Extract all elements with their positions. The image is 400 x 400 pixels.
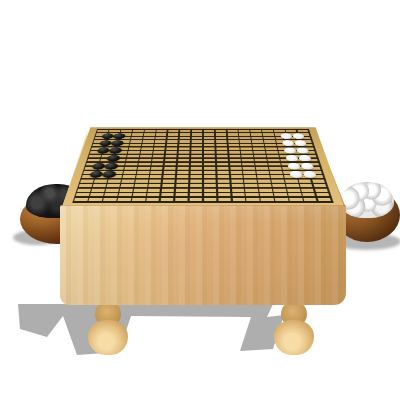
- white-stone-Q3[interactable]: [280, 133, 293, 139]
- white-stone-Q5[interactable]: [282, 140, 295, 146]
- hoshi-point: [279, 161, 283, 163]
- black-stone-C7[interactable]: [109, 147, 123, 153]
- white-stone-R7[interactable]: [296, 147, 310, 153]
- black-stone-B5[interactable]: [98, 140, 111, 146]
- hoshi-point: [118, 187, 122, 189]
- white-stone-Q9[interactable]: [285, 155, 299, 161]
- white-stone-Q7[interactable]: [284, 147, 298, 153]
- black-stone-C11[interactable]: [104, 163, 118, 170]
- hoshi-point: [274, 139, 277, 140]
- white-stone-R3[interactable]: [292, 133, 305, 139]
- black-stone-C9[interactable]: [107, 155, 121, 161]
- black-stone-B13[interactable]: [88, 171, 103, 178]
- go-board[interactable]: [62, 127, 343, 205]
- hoshi-point: [284, 187, 288, 189]
- hoshi-point: [201, 139, 204, 140]
- white-stone-Q13[interactable]: [289, 171, 304, 178]
- black-stone-B3[interactable]: [101, 133, 114, 139]
- black-stone-C13[interactable]: [102, 171, 117, 178]
- black-stone-C3[interactable]: [113, 133, 126, 139]
- white-stone-R9[interactable]: [298, 155, 312, 161]
- hoshi-point: [201, 187, 205, 189]
- go-scene: [0, 0, 400, 400]
- board-leg-right: [271, 299, 317, 355]
- hoshi-point: [124, 161, 128, 163]
- white-stones-heap: [340, 182, 394, 218]
- board-front-face: [60, 205, 346, 305]
- white-stone-R13[interactable]: [303, 171, 318, 178]
- leg-bulb: [88, 320, 128, 355]
- intersection-grid[interactable]: [65, 128, 340, 205]
- white-stone-R11[interactable]: [300, 163, 315, 170]
- black-stone-B7[interactable]: [96, 147, 110, 153]
- board-surface[interactable]: [62, 127, 343, 205]
- leg-bulb: [274, 320, 314, 355]
- white-stone-Q11[interactable]: [287, 163, 301, 170]
- board-leg-left: [85, 299, 131, 355]
- hoshi-point: [129, 139, 132, 140]
- white-stone-R5[interactable]: [294, 140, 307, 146]
- hoshi-point: [201, 161, 204, 163]
- black-stone-C5[interactable]: [111, 140, 124, 146]
- black-stone-B11[interactable]: [91, 163, 106, 170]
